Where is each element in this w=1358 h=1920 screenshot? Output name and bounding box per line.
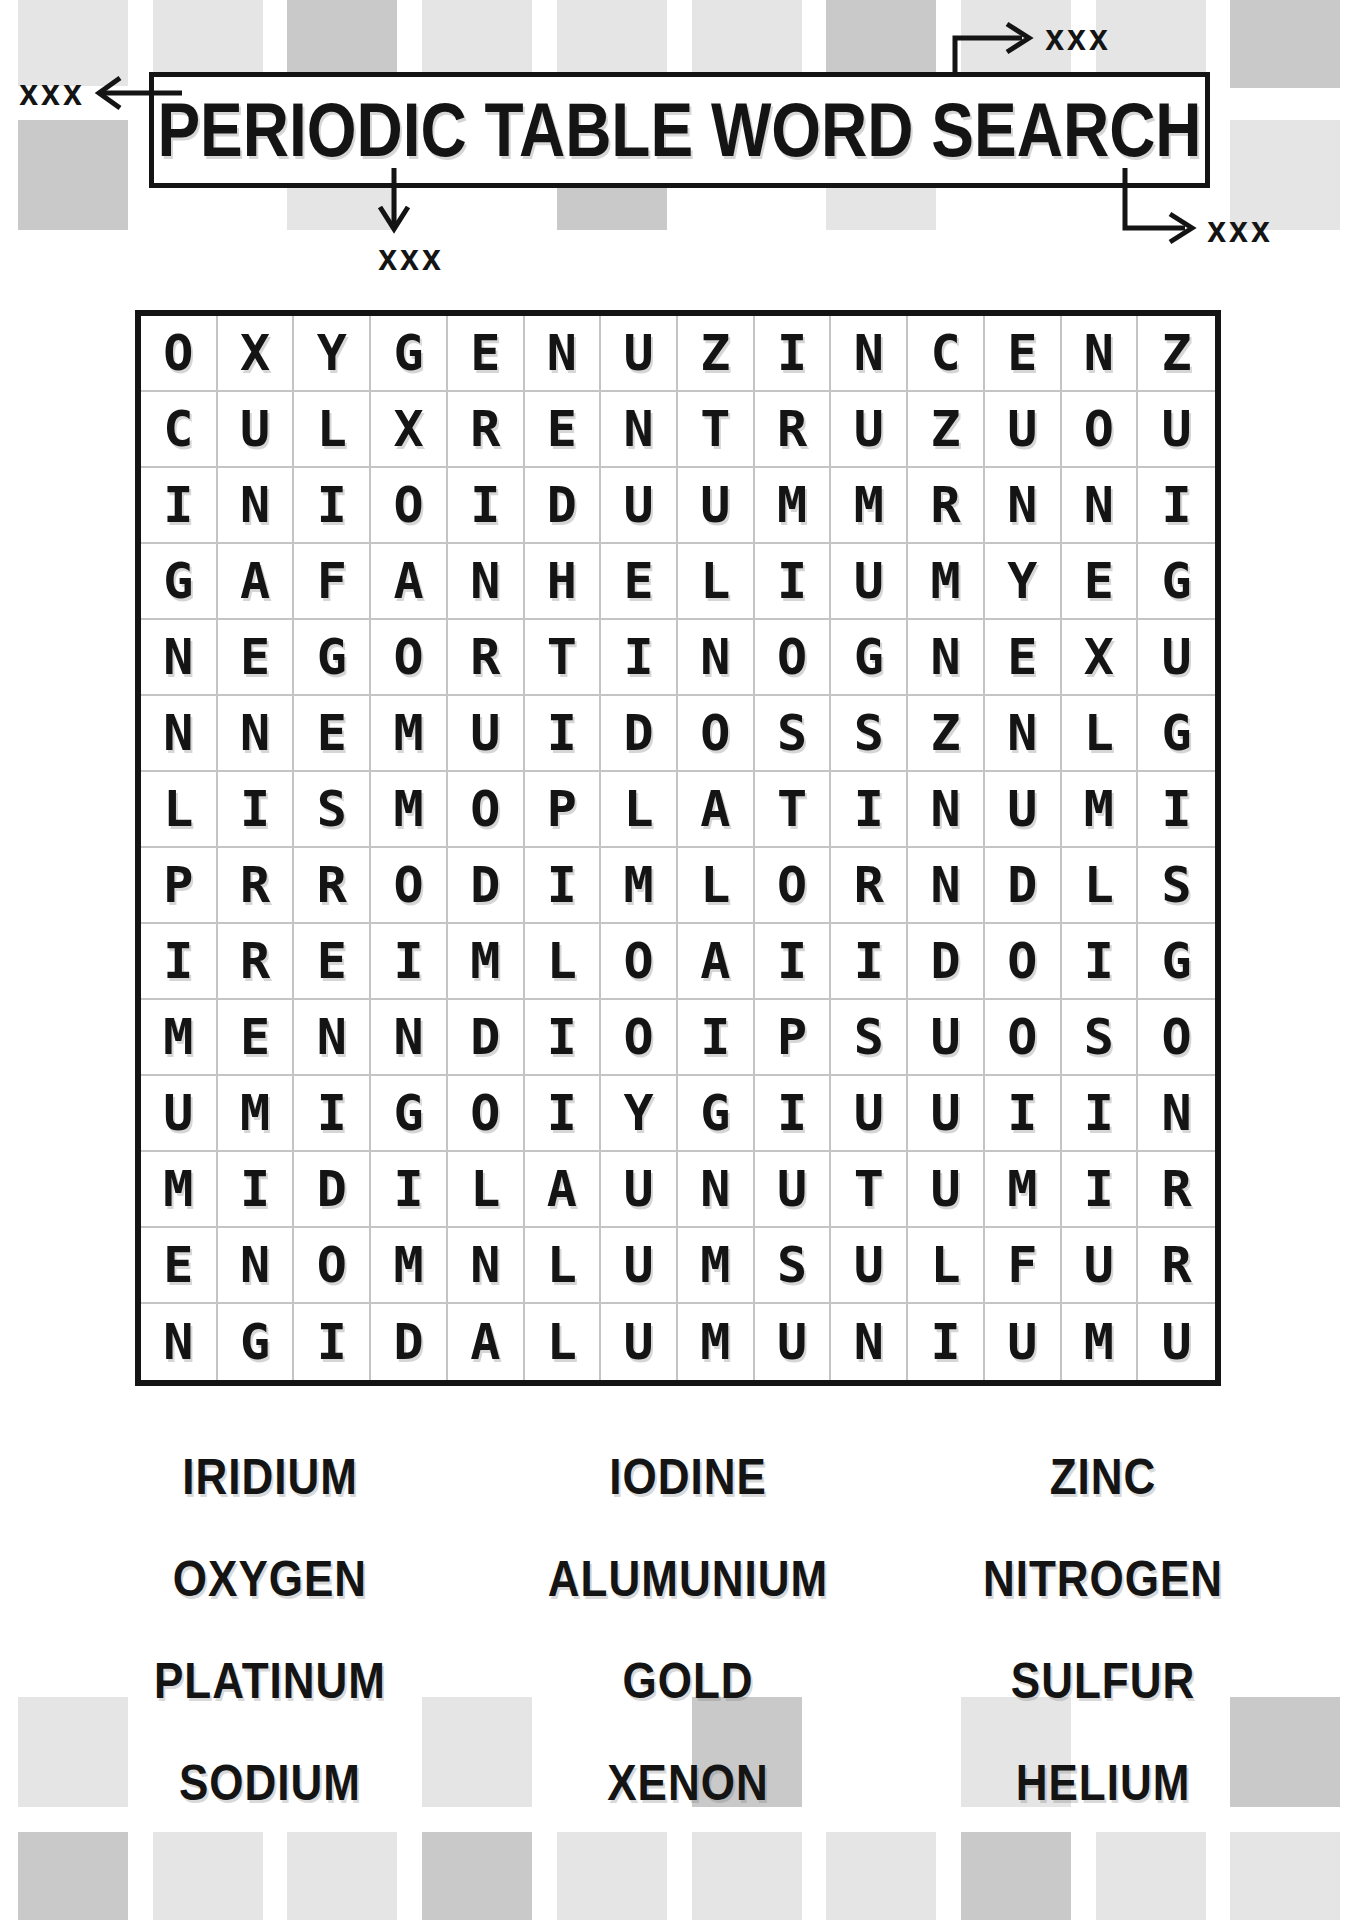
grid-cell[interactable]: E xyxy=(985,316,1062,392)
grid-cell[interactable]: I xyxy=(294,1304,371,1380)
grid-cell[interactable]: S xyxy=(755,1228,832,1304)
grid-cell[interactable]: U xyxy=(831,1076,908,1152)
grid-cell[interactable]: R xyxy=(755,392,832,468)
grid-cell[interactable]: I xyxy=(985,1076,1062,1152)
grid-cell[interactable]: E xyxy=(218,1000,295,1076)
grid-cell[interactable]: I xyxy=(525,1076,602,1152)
grid-cell[interactable]: O xyxy=(755,848,832,924)
title-box: PERIODIC TABLE WORD SEARCH xyxy=(149,72,1210,188)
page-title: PERIODIC TABLE WORD SEARCH xyxy=(157,86,1201,173)
grid-cell[interactable]: I xyxy=(525,1000,602,1076)
grid-cell[interactable]: O xyxy=(1138,1000,1215,1076)
grid-cell[interactable]: E xyxy=(601,544,678,620)
grid-cell[interactable]: N xyxy=(1138,1076,1215,1152)
grid-cell[interactable]: Y xyxy=(294,316,371,392)
grid-cell[interactable]: N xyxy=(448,1228,525,1304)
grid-cell[interactable]: N xyxy=(141,620,218,696)
grid-cell[interactable]: L xyxy=(294,392,371,468)
grid-cell[interactable]: R xyxy=(1138,1152,1215,1228)
grid-cell[interactable]: M xyxy=(755,468,832,544)
grid-cell[interactable]: N xyxy=(831,316,908,392)
grid-cell[interactable]: I xyxy=(141,468,218,544)
grid-cell[interactable]: N xyxy=(908,620,985,696)
grid-cell[interactable]: D xyxy=(985,848,1062,924)
grid-cell[interactable]: G xyxy=(294,620,371,696)
grid-cell[interactable]: O xyxy=(371,620,448,696)
grid-cell[interactable]: L xyxy=(1062,696,1139,772)
grid-cell[interactable]: U xyxy=(755,1152,832,1228)
grid-cell[interactable]: E xyxy=(218,620,295,696)
grid-cell[interactable]: A xyxy=(448,1304,525,1380)
grid-cell[interactable]: A xyxy=(371,544,448,620)
grid-cell[interactable]: N xyxy=(1062,316,1139,392)
grid-cell[interactable]: L xyxy=(601,772,678,848)
word-bank-item: PLATINUM xyxy=(120,1624,420,1738)
grid-cell[interactable]: G xyxy=(831,620,908,696)
grid-cell[interactable]: G xyxy=(678,1076,755,1152)
grid-cell[interactable]: I xyxy=(1062,1076,1139,1152)
grid-cell[interactable]: O xyxy=(601,924,678,1000)
grid-cell[interactable]: E xyxy=(985,620,1062,696)
grid-cell[interactable]: O xyxy=(985,924,1062,1000)
grid-cell[interactable]: G xyxy=(1138,696,1215,772)
grid-cell[interactable]: Z xyxy=(678,316,755,392)
grid-cell[interactable]: P xyxy=(525,772,602,848)
grid-cell[interactable]: U xyxy=(831,544,908,620)
grid-cell[interactable]: L xyxy=(908,1228,985,1304)
grid-cell[interactable]: S xyxy=(294,772,371,848)
grid-cell[interactable]: O xyxy=(678,696,755,772)
worksheet-page: PERIODIC TABLE WORD SEARCH xxx xxx xxx x… xyxy=(0,0,1358,1920)
grid-cell[interactable]: R xyxy=(831,848,908,924)
grid-cell[interactable]: I xyxy=(831,772,908,848)
grid-cell[interactable]: D xyxy=(448,848,525,924)
placeholder-label-right: xxx xyxy=(1207,208,1273,251)
grid-cell[interactable]: O xyxy=(141,316,218,392)
grid-cell[interactable]: X xyxy=(218,316,295,392)
grid-cell[interactable]: R xyxy=(908,468,985,544)
checker-block xyxy=(422,1832,532,1920)
grid-cell[interactable]: I xyxy=(908,1304,985,1380)
grid-cell[interactable]: A xyxy=(678,924,755,1000)
checker-block xyxy=(692,1832,802,1920)
grid-cell[interactable]: M xyxy=(678,1228,755,1304)
word-bank-item: HELIUM xyxy=(956,1726,1250,1840)
grid-cell[interactable]: Z xyxy=(908,696,985,772)
checker-block xyxy=(826,1832,936,1920)
grid-cell[interactable]: I xyxy=(831,924,908,1000)
grid-cell[interactable]: N xyxy=(908,848,985,924)
checker-block xyxy=(18,1832,128,1920)
grid-cell[interactable]: M xyxy=(141,1152,218,1228)
grid-cell[interactable]: T xyxy=(525,620,602,696)
word-bank: IRIDIUMIODINEZINCOXYGENALUMUNIUMNITROGEN… xyxy=(120,1426,1250,1834)
grid-cell[interactable]: M xyxy=(448,924,525,1000)
grid-cell[interactable]: X xyxy=(371,392,448,468)
grid-cell[interactable]: M xyxy=(908,544,985,620)
word-search-grid: OXYGENUZINCENZCULXRENTRUZUOUINIOIDUUMMRN… xyxy=(135,310,1221,1386)
grid-cell[interactable]: L xyxy=(1062,848,1139,924)
grid-cell[interactable]: D xyxy=(371,1304,448,1380)
grid-cell[interactable]: U xyxy=(601,1228,678,1304)
grid-cell[interactable]: U xyxy=(908,1076,985,1152)
grid-cell[interactable]: I xyxy=(525,848,602,924)
grid-cell[interactable]: R xyxy=(448,620,525,696)
grid-cell[interactable]: N xyxy=(525,316,602,392)
word-bank-item: XENON xyxy=(420,1726,956,1840)
grid-cell[interactable]: U xyxy=(908,1152,985,1228)
grid-cell[interactable]: T xyxy=(678,392,755,468)
grid-cell[interactable]: D xyxy=(525,468,602,544)
grid-cell[interactable]: I xyxy=(294,1076,371,1152)
grid-cell[interactable]: E xyxy=(448,316,525,392)
grid-cell[interactable]: I xyxy=(755,316,832,392)
grid-cell[interactable]: P xyxy=(755,1000,832,1076)
grid-cell[interactable]: E xyxy=(294,696,371,772)
grid-cell[interactable]: U xyxy=(601,1152,678,1228)
grid-cell[interactable]: U xyxy=(601,468,678,544)
grid-cell[interactable]: U xyxy=(831,392,908,468)
grid-cell[interactable]: R xyxy=(294,848,371,924)
grid-cell[interactable]: M xyxy=(985,1152,1062,1228)
grid-cell[interactable]: N xyxy=(985,468,1062,544)
grid-cell[interactable]: D xyxy=(294,1152,371,1228)
grid-cell[interactable]: D xyxy=(908,924,985,1000)
grid-cell[interactable]: O xyxy=(371,468,448,544)
grid-cell[interactable]: M xyxy=(831,468,908,544)
checker-block xyxy=(153,1832,263,1920)
grid-cell[interactable]: H xyxy=(525,544,602,620)
grid-cell[interactable]: L xyxy=(525,1304,602,1380)
grid-cell[interactable]: G xyxy=(1138,544,1215,620)
checker-block xyxy=(18,120,128,230)
grid-cell[interactable]: O xyxy=(985,1000,1062,1076)
grid-cell[interactable]: U xyxy=(1138,620,1215,696)
grid-cell[interactable]: O xyxy=(371,848,448,924)
grid-cell[interactable]: I xyxy=(1138,772,1215,848)
grid-cell[interactable]: M xyxy=(371,696,448,772)
placeholder-label-left: xxx xyxy=(19,71,85,114)
grid-cell[interactable]: I xyxy=(1062,924,1139,1000)
grid-cell[interactable]: X xyxy=(1062,620,1139,696)
grid-cell[interactable]: E xyxy=(525,392,602,468)
checker-block xyxy=(18,1697,128,1807)
grid-cell[interactable]: N xyxy=(448,544,525,620)
grid-cell[interactable]: Y xyxy=(601,1076,678,1152)
grid-cell[interactable]: U xyxy=(985,772,1062,848)
grid-cell[interactable]: I xyxy=(218,772,295,848)
grid-cell[interactable]: N xyxy=(371,1000,448,1076)
grid-cell[interactable]: U xyxy=(831,1228,908,1304)
grid-cell[interactable]: T xyxy=(755,772,832,848)
checker-block xyxy=(287,1832,397,1920)
word-bank-item: GOLD xyxy=(420,1624,956,1738)
grid-cell[interactable]: E xyxy=(1062,544,1139,620)
checker-block xyxy=(1230,1832,1340,1920)
checker-block xyxy=(1230,0,1340,88)
grid-cell[interactable]: Z xyxy=(908,392,985,468)
grid-cell[interactable]: M xyxy=(141,1000,218,1076)
grid-cell[interactable]: D xyxy=(448,1000,525,1076)
grid-cell[interactable]: I xyxy=(141,924,218,1000)
word-bank-item: NITROGEN xyxy=(956,1522,1250,1636)
grid-cell[interactable]: O xyxy=(294,1228,371,1304)
grid-cell[interactable]: E xyxy=(141,1228,218,1304)
grid-cell[interactable]: I xyxy=(371,924,448,1000)
grid-cell[interactable]: C xyxy=(908,316,985,392)
arrow-right-head xyxy=(1170,214,1192,242)
grid-cell[interactable]: E xyxy=(294,924,371,1000)
grid-cell[interactable]: L xyxy=(448,1152,525,1228)
grid-cell[interactable]: I xyxy=(1138,468,1215,544)
grid-cell[interactable]: I xyxy=(1062,1152,1139,1228)
grid-cell[interactable]: N xyxy=(678,620,755,696)
grid-cell[interactable]: N xyxy=(985,696,1062,772)
grid-cell[interactable]: N xyxy=(908,772,985,848)
grid-cell[interactable]: L xyxy=(678,848,755,924)
grid-cell[interactable]: O xyxy=(601,1000,678,1076)
grid-cell[interactable]: G xyxy=(141,544,218,620)
grid-cell[interactable]: U xyxy=(908,1000,985,1076)
word-bank-item: SODIUM xyxy=(120,1726,420,1840)
grid-cell[interactable]: R xyxy=(448,392,525,468)
grid-cell[interactable]: R xyxy=(218,848,295,924)
grid-cell[interactable]: O xyxy=(448,772,525,848)
grid-cell[interactable]: L xyxy=(141,772,218,848)
grid-cell[interactable]: N xyxy=(1062,468,1139,544)
grid-cell[interactable]: L xyxy=(525,924,602,1000)
grid-cell[interactable]: I xyxy=(755,924,832,1000)
grid-cell[interactable]: O xyxy=(448,1076,525,1152)
grid-cell[interactable]: L xyxy=(525,1228,602,1304)
grid-cell[interactable]: U xyxy=(1062,1228,1139,1304)
grid-cell[interactable]: O xyxy=(755,620,832,696)
word-bank-item: ALUMUNIUM xyxy=(420,1522,956,1636)
grid-cell[interactable]: I xyxy=(755,1076,832,1152)
grid-cell[interactable]: Z xyxy=(1138,316,1215,392)
grid-cell[interactable]: U xyxy=(1138,392,1215,468)
grid-cell[interactable]: C xyxy=(141,392,218,468)
grid-cell[interactable]: O xyxy=(1062,392,1139,468)
word-bank-item: SULFUR xyxy=(956,1624,1250,1738)
grid-cell[interactable]: M xyxy=(601,848,678,924)
word-bank-item: IODINE xyxy=(420,1420,956,1534)
grid-cell[interactable]: I xyxy=(525,696,602,772)
grid-cell[interactable]: M xyxy=(371,772,448,848)
grid-cell[interactable]: U xyxy=(985,1304,1062,1380)
grid-cell[interactable]: I xyxy=(601,620,678,696)
grid-cell[interactable]: I xyxy=(218,1152,295,1228)
grid-cell[interactable]: U xyxy=(1138,1304,1215,1380)
grid-cell[interactable]: M xyxy=(1062,772,1139,848)
grid-cell[interactable]: G xyxy=(218,1304,295,1380)
word-bank-item: ZINC xyxy=(956,1420,1250,1534)
checker-block xyxy=(961,1832,1071,1920)
grid-cell[interactable]: N xyxy=(218,1228,295,1304)
grid-cell[interactable]: G xyxy=(1138,924,1215,1000)
grid-cell[interactable]: U xyxy=(601,316,678,392)
grid-cell[interactable]: T xyxy=(831,1152,908,1228)
grid-cell[interactable]: U xyxy=(601,1304,678,1380)
grid-cell[interactable]: R xyxy=(1138,1228,1215,1304)
checker-block xyxy=(1096,1832,1206,1920)
grid-cell[interactable]: S xyxy=(831,696,908,772)
grid-cell[interactable]: I xyxy=(294,468,371,544)
grid-cell[interactable]: A xyxy=(678,772,755,848)
grid-cell[interactable]: G xyxy=(371,316,448,392)
grid-cell[interactable]: M xyxy=(371,1228,448,1304)
grid-cell[interactable]: N xyxy=(294,1000,371,1076)
grid-cell[interactable]: U xyxy=(141,1076,218,1152)
grid-cell[interactable]: N xyxy=(218,696,295,772)
grid-cell[interactable]: M xyxy=(218,1076,295,1152)
grid-cell[interactable]: S xyxy=(1138,848,1215,924)
word-bank-item: IRIDIUM xyxy=(120,1420,420,1534)
grid-cell[interactable]: N xyxy=(678,1152,755,1228)
grid-cell[interactable]: A xyxy=(525,1152,602,1228)
grid-cell[interactable]: Y xyxy=(985,544,1062,620)
checker-block xyxy=(557,1832,667,1920)
word-bank-item: OXYGEN xyxy=(120,1522,420,1636)
placeholder-label-top-right: xxx xyxy=(1045,16,1111,59)
grid-cell[interactable]: F xyxy=(294,544,371,620)
grid-cell[interactable]: S xyxy=(1062,1000,1139,1076)
grid-cell[interactable]: S xyxy=(755,696,832,772)
grid-cell[interactable]: R xyxy=(218,924,295,1000)
grid-cell[interactable]: U xyxy=(218,392,295,468)
grid-cell[interactable]: I xyxy=(371,1152,448,1228)
grid-cell[interactable]: U xyxy=(678,468,755,544)
grid-cell[interactable]: N xyxy=(141,1304,218,1380)
placeholder-label-bottom: xxx xyxy=(378,236,444,279)
grid-cell[interactable]: M xyxy=(678,1304,755,1380)
grid-cell[interactable]: U xyxy=(755,1304,832,1380)
grid-cell[interactable]: M xyxy=(1062,1304,1139,1380)
grid-cell[interactable]: N xyxy=(831,1304,908,1380)
grid-cell[interactable]: U xyxy=(448,696,525,772)
grid-cell[interactable]: F xyxy=(985,1228,1062,1304)
grid-cell[interactable]: I xyxy=(755,544,832,620)
grid-cell[interactable]: A xyxy=(218,544,295,620)
grid-cell[interactable]: N xyxy=(218,468,295,544)
grid-cell[interactable]: S xyxy=(831,1000,908,1076)
grid-cell[interactable]: N xyxy=(141,696,218,772)
grid-cell[interactable]: D xyxy=(601,696,678,772)
grid-cell[interactable]: N xyxy=(601,392,678,468)
grid-cell[interactable]: U xyxy=(985,392,1062,468)
grid-cell[interactable]: G xyxy=(371,1076,448,1152)
grid-cell[interactable]: I xyxy=(678,1000,755,1076)
grid-cell[interactable]: P xyxy=(141,848,218,924)
grid-cell[interactable]: L xyxy=(678,544,755,620)
grid-cell[interactable]: I xyxy=(448,468,525,544)
